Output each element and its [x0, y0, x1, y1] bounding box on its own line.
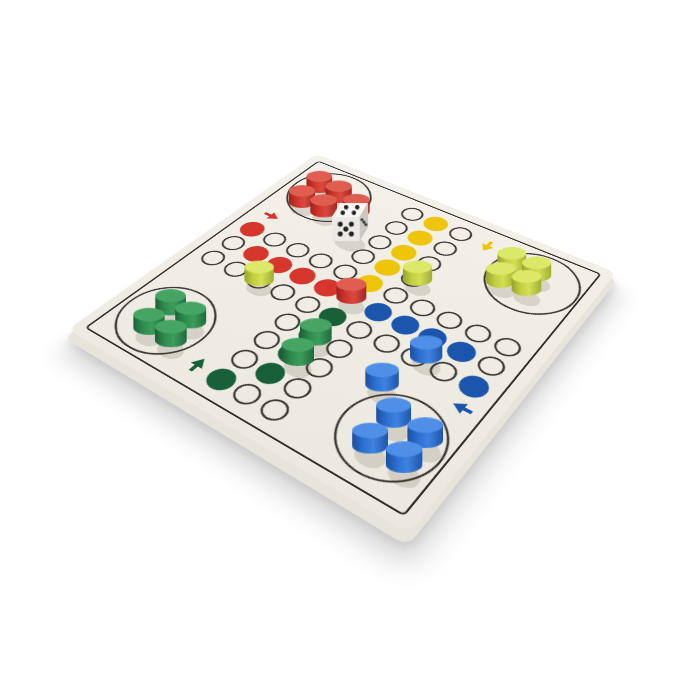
yellow-pawn[interactable]	[245, 261, 275, 287]
blue-pawn[interactable]	[386, 441, 423, 473]
red-pawn[interactable]	[337, 278, 367, 304]
blue-pawn[interactable]	[365, 363, 399, 392]
die[interactable]	[328, 198, 371, 243]
yellow-pawn[interactable]	[511, 270, 541, 296]
scene	[0, 0, 700, 700]
yellow-pawn[interactable]	[403, 260, 433, 286]
green-pawn[interactable]	[282, 338, 315, 366]
blue-pawn[interactable]	[352, 422, 388, 453]
ludo-board	[68, 154, 616, 534]
blue-pawn[interactable]	[410, 335, 442, 363]
green-pawn[interactable]	[155, 320, 187, 348]
